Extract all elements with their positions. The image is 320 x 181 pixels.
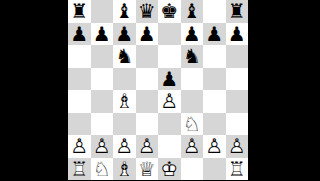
black-pawn-piece: ♟ xyxy=(226,23,249,46)
square-f7[interactable]: ♟ xyxy=(181,23,204,46)
black-pawn-piece: ♟ xyxy=(158,68,181,91)
black-pawn-piece: ♟ xyxy=(91,23,114,46)
black-pawn-piece: ♟ xyxy=(136,23,159,46)
square-e8[interactable]: ♚ xyxy=(158,0,181,23)
square-b2[interactable]: ♟♙ xyxy=(91,135,114,158)
square-g1[interactable] xyxy=(203,158,226,181)
square-b8[interactable] xyxy=(91,0,114,23)
white-pawn-piece: ♟♙ xyxy=(158,90,181,113)
black-bishop-piece: ♝ xyxy=(113,0,136,23)
square-f8[interactable]: ♝ xyxy=(181,0,204,23)
white-bishop-piece: ♝♗ xyxy=(113,158,136,181)
black-queen-piece: ♛ xyxy=(136,0,159,23)
black-pawn-piece: ♟ xyxy=(181,23,204,46)
white-pawn-piece: ♟♙ xyxy=(91,135,114,158)
black-king-piece: ♚ xyxy=(158,0,181,23)
square-b4[interactable] xyxy=(91,90,114,113)
black-pawn-piece: ♟ xyxy=(113,23,136,46)
square-h1[interactable]: ♜♖ xyxy=(226,158,249,181)
square-e1[interactable]: ♚♔ xyxy=(158,158,181,181)
square-g4[interactable] xyxy=(203,90,226,113)
square-b3[interactable] xyxy=(91,113,114,136)
white-pawn-piece: ♟♙ xyxy=(203,135,226,158)
square-b6[interactable] xyxy=(91,45,114,68)
black-pawn-piece: ♟ xyxy=(68,23,91,46)
square-h8[interactable]: ♜ xyxy=(226,0,249,23)
square-h3[interactable] xyxy=(226,113,249,136)
screenshot-root: { "game": "chess", "position": { "fen": … xyxy=(0,0,320,180)
square-c6[interactable]: ♞ xyxy=(113,45,136,68)
square-d2[interactable]: ♟♙ xyxy=(136,135,159,158)
black-knight-piece: ♞ xyxy=(181,45,204,68)
white-king-piece: ♚♔ xyxy=(158,158,181,181)
white-rook-piece: ♜♖ xyxy=(68,158,91,181)
square-g6[interactable] xyxy=(203,45,226,68)
square-c7[interactable]: ♟ xyxy=(113,23,136,46)
square-d4[interactable] xyxy=(136,90,159,113)
square-a1[interactable]: ♜♖ xyxy=(68,158,91,181)
white-knight-piece: ♞♘ xyxy=(91,158,114,181)
square-d8[interactable]: ♛ xyxy=(136,0,159,23)
square-d6[interactable] xyxy=(136,45,159,68)
square-h2[interactable]: ♟♙ xyxy=(226,135,249,158)
square-c5[interactable] xyxy=(113,68,136,91)
square-h4[interactable] xyxy=(226,90,249,113)
square-e3[interactable] xyxy=(158,113,181,136)
square-g3[interactable] xyxy=(203,113,226,136)
black-rook-piece: ♜ xyxy=(68,0,91,23)
white-pawn-piece: ♟♙ xyxy=(136,135,159,158)
square-e5[interactable]: ♟ xyxy=(158,68,181,91)
square-a6[interactable] xyxy=(68,45,91,68)
square-e7[interactable] xyxy=(158,23,181,46)
square-e2[interactable] xyxy=(158,135,181,158)
square-e4[interactable]: ♟♙ xyxy=(158,90,181,113)
square-b5[interactable] xyxy=(91,68,114,91)
white-queen-piece: ♛♕ xyxy=(136,158,159,181)
square-g7[interactable]: ♟ xyxy=(203,23,226,46)
square-c8[interactable]: ♝ xyxy=(113,0,136,23)
white-bishop-piece: ♝♗ xyxy=(113,90,136,113)
black-pawn-piece: ♟ xyxy=(203,23,226,46)
square-f1[interactable] xyxy=(181,158,204,181)
square-a2[interactable]: ♟♙ xyxy=(68,135,91,158)
white-pawn-piece: ♟♙ xyxy=(113,135,136,158)
square-g2[interactable]: ♟♙ xyxy=(203,135,226,158)
chess-board: ♜♝♛♚♝♜♟♟♟♟♟♟♟♞♞♟♝♗♟♙♞♘♟♙♟♙♟♙♟♙♟♙♟♙♟♙♜♖♞♘… xyxy=(68,0,248,180)
square-f2[interactable]: ♟♙ xyxy=(181,135,204,158)
square-a8[interactable]: ♜ xyxy=(68,0,91,23)
white-pawn-piece: ♟♙ xyxy=(226,135,249,158)
square-d7[interactable]: ♟ xyxy=(136,23,159,46)
square-d1[interactable]: ♛♕ xyxy=(136,158,159,181)
black-knight-piece: ♞ xyxy=(113,45,136,68)
square-f3[interactable]: ♞♘ xyxy=(181,113,204,136)
square-c3[interactable] xyxy=(113,113,136,136)
black-rook-piece: ♜ xyxy=(226,0,249,23)
square-c1[interactable]: ♝♗ xyxy=(113,158,136,181)
square-b7[interactable]: ♟ xyxy=(91,23,114,46)
square-f6[interactable]: ♞ xyxy=(181,45,204,68)
square-d5[interactable] xyxy=(136,68,159,91)
square-f5[interactable] xyxy=(181,68,204,91)
square-c4[interactable]: ♝♗ xyxy=(113,90,136,113)
square-h7[interactable]: ♟ xyxy=(226,23,249,46)
square-h6[interactable] xyxy=(226,45,249,68)
square-c2[interactable]: ♟♙ xyxy=(113,135,136,158)
square-a5[interactable] xyxy=(68,68,91,91)
white-pawn-piece: ♟♙ xyxy=(181,135,204,158)
square-d3[interactable] xyxy=(136,113,159,136)
square-a3[interactable] xyxy=(68,113,91,136)
white-knight-piece: ♞♘ xyxy=(181,113,204,136)
white-rook-piece: ♜♖ xyxy=(226,158,249,181)
square-g5[interactable] xyxy=(203,68,226,91)
square-a4[interactable] xyxy=(68,90,91,113)
black-bishop-piece: ♝ xyxy=(181,0,204,23)
square-f4[interactable] xyxy=(181,90,204,113)
square-h5[interactable] xyxy=(226,68,249,91)
square-g8[interactable] xyxy=(203,0,226,23)
square-a7[interactable]: ♟ xyxy=(68,23,91,46)
white-pawn-piece: ♟♙ xyxy=(68,135,91,158)
square-b1[interactable]: ♞♘ xyxy=(91,158,114,181)
square-e6[interactable] xyxy=(158,45,181,68)
